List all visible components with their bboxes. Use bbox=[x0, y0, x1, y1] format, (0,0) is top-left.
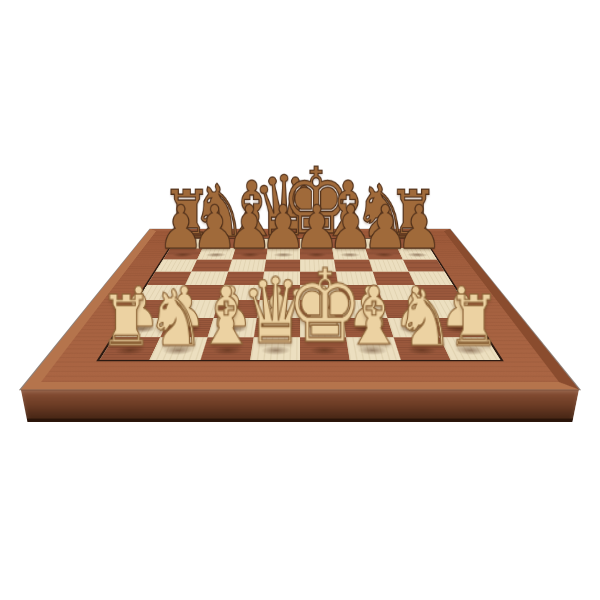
square-h1[interactable]: ♜ bbox=[439, 337, 500, 360]
square-g1[interactable]: ♞ bbox=[393, 337, 450, 360]
square-h7[interactable]: ♟ bbox=[397, 248, 436, 259]
white-rook-h1[interactable]: ♜ bbox=[447, 287, 500, 357]
black-pawn-h7[interactable]: ♟ bbox=[396, 198, 442, 258]
chess-board: ♜♞♝♛♚♝♞♜♟♟♟♟♟♟♟♟♟♟♟♟♟♟♟♟♜♞♝♛♚♝♞♜ bbox=[21, 229, 579, 390]
board-front-edge bbox=[21, 390, 579, 423]
square-h6[interactable] bbox=[403, 259, 445, 271]
chess-set-photo: ♜♞♝♛♚♝♞♜♟♟♟♟♟♟♟♟♟♟♟♟♟♟♟♟♜♞♝♛♚♝♞♜ bbox=[0, 0, 600, 600]
board-grid: ♜♞♝♛♚♝♞♜♟♟♟♟♟♟♟♟♟♟♟♟♟♟♟♟♜♞♝♛♚♝♞♜ bbox=[100, 239, 501, 360]
square-f1[interactable]: ♝ bbox=[346, 337, 400, 360]
white-knight-g1[interactable]: ♞ bbox=[394, 279, 453, 357]
playing-area: ♜♞♝♛♚♝♞♜♟♟♟♟♟♟♟♟♟♟♟♟♟♟♟♟♜♞♝♛♚♝♞♜ bbox=[96, 238, 504, 361]
